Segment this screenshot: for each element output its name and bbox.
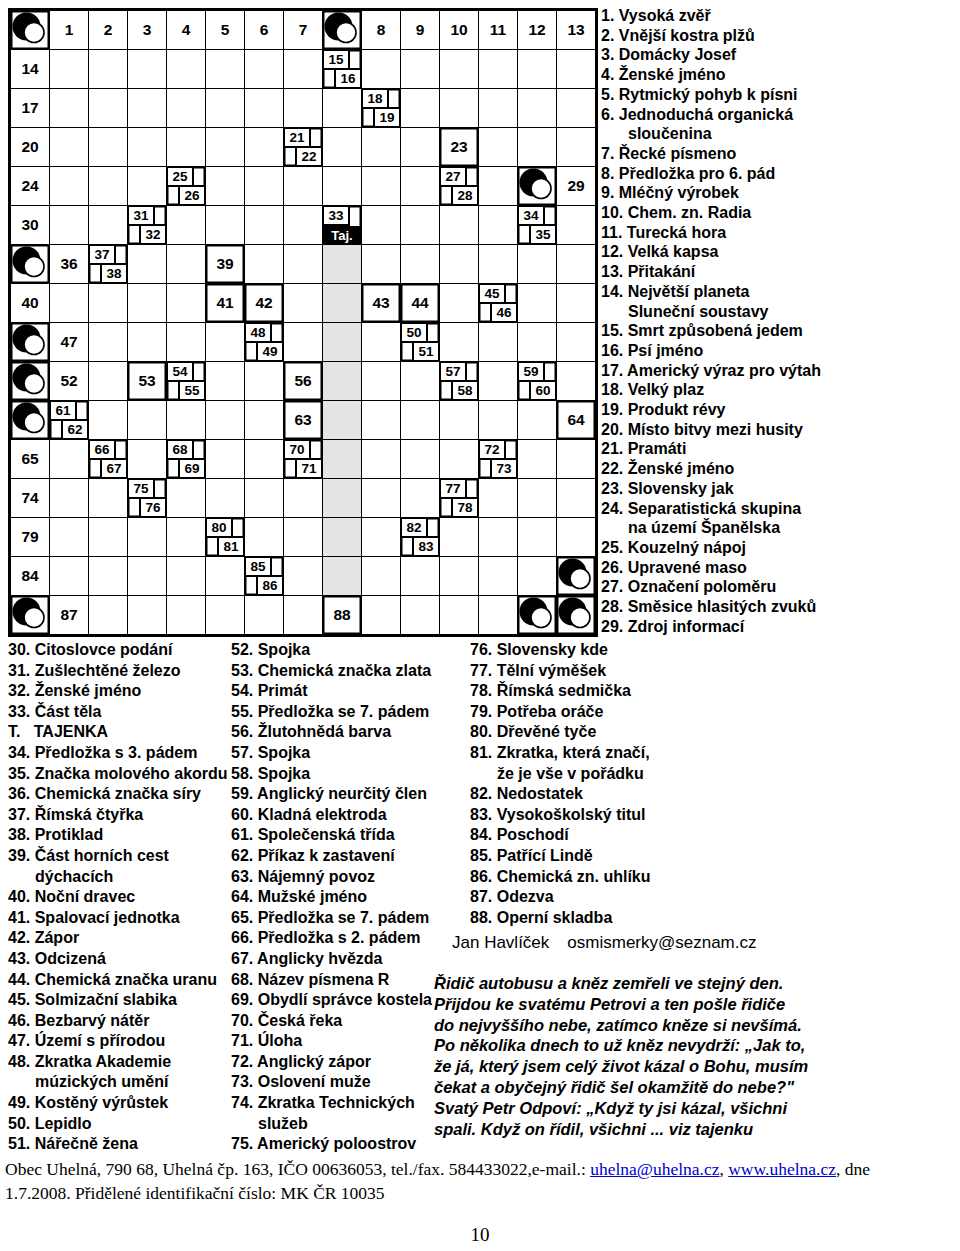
grid-cell-r4c12 xyxy=(479,167,517,205)
clue-item: 12. Velká kapsa xyxy=(601,242,957,262)
grid-cell-r3c0: 20 xyxy=(11,128,49,166)
grid-cell-r0c13: 12 xyxy=(518,11,556,49)
clue-item: 74. Zkratka Technických služeb xyxy=(231,1093,456,1134)
clue-item: 54. Primát xyxy=(231,681,456,702)
grid-cell-r4c13 xyxy=(518,167,556,205)
grid-cell-r4c1 xyxy=(50,167,88,205)
grid-cell-r3c1 xyxy=(50,128,88,166)
clue-item: 8. Předložka pro 6. pád xyxy=(601,164,957,184)
clue-item: 66. Předložka s 2. pádem xyxy=(231,928,456,949)
grid-cell-r14c10 xyxy=(401,557,439,595)
grid-cell-r1c5 xyxy=(206,50,244,88)
clue-item: 39. Část horních cest dýchacích xyxy=(8,846,230,887)
grid-cell-r6c0 xyxy=(11,245,49,283)
grid-cell-r4c11: 2728 xyxy=(440,167,478,205)
grid-cell-r10c10 xyxy=(401,401,439,439)
grid-cell-r9c8 xyxy=(323,362,361,400)
clue-item: T. TAJENKA xyxy=(8,722,230,743)
joke-text: Řidič autobusu a kněz zemřeli ve stejný … xyxy=(434,973,954,1139)
clue-number: 31 xyxy=(127,205,155,226)
clue-item: 55. Předložka se 7. pádem xyxy=(231,702,456,723)
clue-item: 4. Ženské jméno xyxy=(601,65,957,85)
grid-cell-r14c5 xyxy=(206,557,244,595)
grid-cell-r10c4 xyxy=(167,401,205,439)
clue-number: 28 xyxy=(451,185,479,206)
clue-number: 38 xyxy=(100,263,128,284)
clue-number: 21 xyxy=(283,127,311,148)
clue-item: 67. Anglicky hvězda xyxy=(231,949,456,970)
grid-cell-r2c14 xyxy=(557,89,595,127)
grid-cell-r8c7 xyxy=(284,323,322,361)
clue-number: 70 xyxy=(283,439,311,460)
grid-cell-r8c0 xyxy=(11,323,49,361)
grid-cell-r0c4: 4 xyxy=(167,11,205,49)
grid-cell-r13c7 xyxy=(284,518,322,556)
clue-number: 18 xyxy=(361,88,389,109)
grid-cell-r2c1 xyxy=(50,89,88,127)
grid-cell-r1c2 xyxy=(89,50,127,88)
grid-cell-r11c5 xyxy=(206,440,244,478)
grid-cell-r15c12 xyxy=(479,596,517,634)
footer-text-post: , dne xyxy=(836,1159,870,1179)
grid-cell-r1c0: 14 xyxy=(11,50,49,88)
clue-item: 21. Pramáti xyxy=(601,439,957,459)
grid-cell-r0c3: 3 xyxy=(128,11,166,49)
grid-cell-r13c9 xyxy=(362,518,400,556)
grid-cell-r14c1 xyxy=(50,557,88,595)
grid-cell-r1c10 xyxy=(401,50,439,88)
clue-item: 63. Nájemný povoz xyxy=(231,867,456,888)
grid-cell-r0c1: 1 xyxy=(50,11,88,49)
moon-icon xyxy=(557,596,592,635)
clue-item: 40. Noční dravec xyxy=(8,887,230,908)
grid-cell-r13c2 xyxy=(89,518,127,556)
clue-number: 50 xyxy=(400,322,428,343)
grid-cell-r7c7 xyxy=(284,284,322,322)
grid-cell-r14c8 xyxy=(323,557,361,595)
grid-cell-r1c8: 1516 xyxy=(323,50,361,88)
grid-cell-r14c3 xyxy=(128,557,166,595)
grid-cell-r13c13 xyxy=(518,518,556,556)
grid-cell-r14c0: 84 xyxy=(11,557,49,595)
clue-item: 71. Úloha xyxy=(231,1031,456,1052)
clue-number: 83 xyxy=(412,536,440,557)
clue-item: 22. Ženské jméno xyxy=(601,459,957,479)
grid-cell-r4c14: 29 xyxy=(557,167,595,205)
grid-cell-r2c6 xyxy=(245,89,283,127)
grid-cell-r7c4 xyxy=(167,284,205,322)
grid-cell-r5c1 xyxy=(50,206,88,244)
grid-cell-r6c12 xyxy=(479,245,517,283)
grid-cell-r9c7: 56 xyxy=(284,362,322,400)
crossword-page: 1234567891011121314151617181920212223242… xyxy=(0,0,960,1251)
grid-cell-r7c3 xyxy=(128,284,166,322)
grid-cell-r15c3 xyxy=(128,596,166,634)
clue-item: 61. Společenská třída xyxy=(231,825,456,846)
grid-cell-r1c4 xyxy=(167,50,205,88)
footer-line2: 1.7.2008. Přidělené identifikační číslo:… xyxy=(5,1181,957,1205)
grid-cell-r9c11: 5758 xyxy=(440,362,478,400)
grid-cell-r12c8 xyxy=(323,479,361,517)
grid-cell-r0c0 xyxy=(11,11,49,49)
grid-cell-r2c7 xyxy=(284,89,322,127)
grid-cell-r8c8 xyxy=(323,323,361,361)
grid-cell-r9c14 xyxy=(557,362,595,400)
author-email: osmismerky@seznam.cz xyxy=(567,933,756,953)
grid-cell-r1c14 xyxy=(557,50,595,88)
grid-cell-r11c8 xyxy=(323,440,361,478)
grid-cell-r15c1: 87 xyxy=(50,596,88,634)
grid-cell-r15c11 xyxy=(440,596,478,634)
grid-cell-r7c10: 44 xyxy=(401,284,439,322)
grid-cell-r2c4 xyxy=(167,89,205,127)
clue-item: 75. Americký poloostrov xyxy=(231,1134,456,1155)
grid-cell-r3c14 xyxy=(557,128,595,166)
grid-cell-r9c0 xyxy=(11,362,49,400)
grid-cell-r0c7: 7 xyxy=(284,11,322,49)
grid-cell-r1c13 xyxy=(518,50,556,88)
grid-cell-r0c9: 8 xyxy=(362,11,400,49)
clue-item: 79. Potřeba oráče xyxy=(470,702,685,723)
grid-cell-r12c1 xyxy=(50,479,88,517)
clues-bottom-left: 30. Citoslovce podání31. Zušlechtěné žel… xyxy=(8,640,230,1155)
grid-cell-r13c10: 8283 xyxy=(401,518,439,556)
grid-cell-r14c11 xyxy=(440,557,478,595)
grid-cell-r3c13 xyxy=(518,128,556,166)
clue-number: 67 xyxy=(100,458,128,479)
grid-cell-r6c3 xyxy=(128,245,166,283)
grid-cell-r7c9: 43 xyxy=(362,284,400,322)
clue-item: 13. Přitakání xyxy=(601,262,957,282)
grid-cell-r10c9 xyxy=(362,401,400,439)
clue-item: 32. Ženské jméno xyxy=(8,681,230,702)
grid-cell-r4c0: 24 xyxy=(11,167,49,205)
grid-cell-r4c2 xyxy=(89,167,127,205)
clue-item: 69. Obydlí správce kostela xyxy=(231,990,456,1011)
clue-item: 88. Operní skladba xyxy=(470,908,685,929)
clue-item: 3. Domácky Josef xyxy=(601,45,957,65)
grid-cell-r13c3 xyxy=(128,518,166,556)
grid-cell-r2c11 xyxy=(440,89,478,127)
clue-number: 34 xyxy=(517,205,545,226)
grid-cell-r10c6 xyxy=(245,401,283,439)
grid-cell-r3c12 xyxy=(479,128,517,166)
grid-cell-r5c0: 30 xyxy=(11,206,49,244)
grid-cell-r12c12 xyxy=(479,479,517,517)
grid-cell-r9c12 xyxy=(479,362,517,400)
grid-cell-r8c10: 5051 xyxy=(401,323,439,361)
clue-number: 32 xyxy=(139,224,167,245)
joke-line: Svatý Petr Odpoví: „Když ty jsi kázal, v… xyxy=(434,1098,954,1119)
clue-item: 59. Anglický neurčitý člen xyxy=(231,784,456,805)
grid-cell-r2c12 xyxy=(479,89,517,127)
grid-cell-r1c3 xyxy=(128,50,166,88)
grid-cell-r10c14: 64 xyxy=(557,401,595,439)
grid-cell-r0c6: 6 xyxy=(245,11,283,49)
footer-line1: Obec Uhelná, 790 68, Uhelná čp. 163, IČO… xyxy=(5,1157,957,1181)
grid-cell-r6c9 xyxy=(362,245,400,283)
grid-cell-r6c8 xyxy=(323,245,361,283)
grid-cell-r12c13 xyxy=(518,479,556,517)
clues-bottom-middle: 52. Spojka53. Chemická značka zlata54. P… xyxy=(231,640,456,1155)
clue-number: 15 xyxy=(322,49,350,70)
grid-cell-r9c13: 5960 xyxy=(518,362,556,400)
joke-line: Přijdou ke svatému Petrovi a ten pošle ř… xyxy=(434,994,954,1015)
grid-cell-r10c1: 6162 xyxy=(50,401,88,439)
clue-number: 54 xyxy=(166,361,194,382)
grid-cell-r0c12: 11 xyxy=(479,11,517,49)
footer-web-link[interactable]: www.uhelna.cz xyxy=(728,1159,836,1179)
clue-item: 85. Patřící Lindě xyxy=(470,846,685,867)
grid-cell-r11c13 xyxy=(518,440,556,478)
grid-cell-r10c12 xyxy=(479,401,517,439)
clue-item: 70. Česká řeka xyxy=(231,1011,456,1032)
grid-cell-r3c3 xyxy=(128,128,166,166)
grid-cell-r7c2 xyxy=(89,284,127,322)
grid-cell-r0c14: 13 xyxy=(557,11,595,49)
grid-cell-r12c3: 7576 xyxy=(128,479,166,517)
clue-item: 76. Slovensky kde xyxy=(470,640,685,661)
clue-number: 25 xyxy=(166,166,194,187)
clue-number: 73 xyxy=(490,458,518,479)
grid-cell-r2c13 xyxy=(518,89,556,127)
clue-item: 77. Tělní výměšek xyxy=(470,661,685,682)
grid-cell-r3c4 xyxy=(167,128,205,166)
grid-cell-r15c7 xyxy=(284,596,322,634)
grid-cell-r6c6 xyxy=(245,245,283,283)
grid-cell-r3c11: 23 xyxy=(440,128,478,166)
grid-cell-r1c9 xyxy=(362,50,400,88)
joke-line: Po několika dnech to už kněz nevydrží: „… xyxy=(434,1035,954,1056)
grid-cell-r6c7 xyxy=(284,245,322,283)
grid-cell-r1c7 xyxy=(284,50,322,88)
clue-item: 60. Kladná elektroda xyxy=(231,805,456,826)
grid-cell-r14c9 xyxy=(362,557,400,595)
grid-cell-r6c13 xyxy=(518,245,556,283)
grid-cell-r2c8 xyxy=(323,89,361,127)
grid-cell-r14c4 xyxy=(167,557,205,595)
grid-cell-r5c12 xyxy=(479,206,517,244)
grid-cell-r1c11 xyxy=(440,50,478,88)
clue-item: 29. Zdroj informací xyxy=(601,617,957,637)
clue-number: 35 xyxy=(529,224,557,245)
grid-cell-r14c7 xyxy=(284,557,322,595)
clue-number: 85 xyxy=(244,556,272,577)
clue-item: 37. Římská čtyřka xyxy=(8,805,230,826)
clue-number: 22 xyxy=(295,146,323,167)
grid-cell-r7c1 xyxy=(50,284,88,322)
moon-icon xyxy=(11,362,46,401)
clue-item: 6. Jednoduchá organická sloučenina xyxy=(601,105,957,144)
clue-item: 53. Chemická značka zlata xyxy=(231,661,456,682)
clue-item: 72. Anglický zápor xyxy=(231,1052,456,1073)
clue-item: 30. Citoslovce podání xyxy=(8,640,230,661)
grid-cell-r8c12 xyxy=(479,323,517,361)
clue-item: 43. Odcizená xyxy=(8,949,230,970)
moon-icon xyxy=(11,245,46,284)
clue-item: 57. Spojka xyxy=(231,743,456,764)
grid-cell-r12c14 xyxy=(557,479,595,517)
grid-cell-r14c14 xyxy=(557,557,595,595)
clue-number: 26 xyxy=(178,185,206,206)
grid-cell-r14c2 xyxy=(89,557,127,595)
clue-item: 51. Nářečně žena xyxy=(8,1134,230,1155)
moon-icon xyxy=(518,596,553,635)
grid-cell-r13c12 xyxy=(479,518,517,556)
moon-icon xyxy=(11,401,46,440)
clue-item: 15. Smrt způsobená jedem xyxy=(601,321,957,341)
clue-number: 72 xyxy=(478,439,506,460)
grid-cell-r5c14 xyxy=(557,206,595,244)
clue-item: 27. Označení poloměru xyxy=(601,577,957,597)
clue-number: 46 xyxy=(490,302,518,323)
grid-cell-r12c11: 7778 xyxy=(440,479,478,517)
clue-item: 82. Nedostatek xyxy=(470,784,685,805)
clue-number: 27 xyxy=(439,166,467,187)
grid-cell-r1c1 xyxy=(50,50,88,88)
clue-number: 33 xyxy=(322,205,350,226)
grid-cell-r8c14 xyxy=(557,323,595,361)
clue-item: 50. Lepidlo xyxy=(8,1114,230,1135)
crossword-grid: 1234567891011121314151617181920212223242… xyxy=(8,8,598,637)
grid-cell-r3c8 xyxy=(323,128,361,166)
clues-bottom-right: 76. Slovensky kde77. Tělní výměšek78. Ří… xyxy=(470,640,685,928)
grid-cell-r12c5 xyxy=(206,479,244,517)
clue-item: 17. Americký výraz pro výtah xyxy=(601,361,957,381)
clue-item: 49. Kostěný výrůstek xyxy=(8,1093,230,1114)
clue-item: 20. Místo bitvy mezi husity xyxy=(601,420,957,440)
grid-cell-r2c3 xyxy=(128,89,166,127)
footer-text-pre: Obec Uhelná, 790 68, Uhelná čp. 163, IČO… xyxy=(5,1159,590,1179)
grid-cell-r15c5 xyxy=(206,596,244,634)
grid-cell-r15c8: 88 xyxy=(323,596,361,634)
grid-cell-r8c3 xyxy=(128,323,166,361)
moon-icon xyxy=(11,596,46,635)
clues-right: 1. Vysoká zvěř2. Vnější kostra plžů3. Do… xyxy=(601,6,957,637)
clue-item: 31. Zušlechtěné železo xyxy=(8,661,230,682)
clue-number: 80 xyxy=(205,517,233,538)
grid-cell-r0c8 xyxy=(323,11,361,49)
grid-cell-r10c8 xyxy=(323,401,361,439)
grid-cell-r9c3: 53 xyxy=(128,362,166,400)
grid-cell-r0c5: 5 xyxy=(206,11,244,49)
clue-item: 65. Předložka se 7. pádem xyxy=(231,908,456,929)
clue-item: 58. Spojka xyxy=(231,764,456,785)
clue-number: 81 xyxy=(217,536,245,557)
grid-cell-r13c6 xyxy=(245,518,283,556)
grid-cell-r2c2 xyxy=(89,89,127,127)
grid-cell-r7c12: 4546 xyxy=(479,284,517,322)
grid-cell-r11c4: 6869 xyxy=(167,440,205,478)
footer-text-sep: , xyxy=(719,1159,728,1179)
grid-cell-r15c13 xyxy=(518,596,556,634)
clue-number: 49 xyxy=(256,341,284,362)
grid-cell-r8c6: 4849 xyxy=(245,323,283,361)
grid-cell-r15c10 xyxy=(401,596,439,634)
grid-cell-r11c14 xyxy=(557,440,595,478)
clue-item: 41. Spalovací jednotka xyxy=(8,908,230,929)
grid-cell-r7c6: 42 xyxy=(245,284,283,322)
clue-item: 23. Slovensky jak xyxy=(601,479,957,499)
footer-email-link[interactable]: uhelna@uhelna.cz xyxy=(590,1159,719,1179)
grid-cell-r15c2 xyxy=(89,596,127,634)
author-name: Jan Havlíček xyxy=(452,933,549,953)
clue-item: 36. Chemická značka síry xyxy=(8,784,230,805)
grid-cell-r7c13 xyxy=(518,284,556,322)
grid-cell-r6c1: 36 xyxy=(50,245,88,283)
clue-item: 24. Separatistická skupina na území Špan… xyxy=(601,499,957,538)
grid-cell-r5c5 xyxy=(206,206,244,244)
grid-cell-r5c7 xyxy=(284,206,322,244)
grid-cell-r12c4 xyxy=(167,479,205,517)
moon-icon xyxy=(11,11,46,50)
grid-cell-r14c6: 8586 xyxy=(245,557,283,595)
joke-line: spali. Když on řídil, všichni ... viz ta… xyxy=(434,1119,954,1140)
moon-icon xyxy=(323,11,358,50)
grid-cell-r13c4 xyxy=(167,518,205,556)
clue-item: 34. Předložka s 3. pádem xyxy=(8,743,230,764)
clue-number: 78 xyxy=(451,497,479,518)
clue-number: 68 xyxy=(166,439,194,460)
grid-cell-r0c10: 9 xyxy=(401,11,439,49)
grid-cell-r5c10 xyxy=(401,206,439,244)
grid-cell-r2c5 xyxy=(206,89,244,127)
grid-cell-r12c9 xyxy=(362,479,400,517)
grid-cell-r13c14 xyxy=(557,518,595,556)
grid-cell-r4c9 xyxy=(362,167,400,205)
grid-cell-r4c5 xyxy=(206,167,244,205)
clue-item: 7. Řecké písmeno xyxy=(601,144,957,164)
grid-cell-r4c8 xyxy=(323,167,361,205)
clue-item: 14. Největší planeta Sluneční soustavy xyxy=(601,282,957,321)
grid-cell-r1c6 xyxy=(245,50,283,88)
grid-cell-r7c14 xyxy=(557,284,595,322)
grid-cell-r5c3: 3132 xyxy=(128,206,166,244)
clue-item: 45. Solmizační slabika xyxy=(8,990,230,1011)
grid-cell-r13c0: 79 xyxy=(11,518,49,556)
grid-cell-r3c10 xyxy=(401,128,439,166)
clue-number: 57 xyxy=(439,361,467,382)
grid-cell-r9c10 xyxy=(401,362,439,400)
clue-number: 48 xyxy=(244,322,272,343)
grid-cell-r12c2 xyxy=(89,479,127,517)
grid-cell-r11c10 xyxy=(401,440,439,478)
grid-cell-r2c9: 1819 xyxy=(362,89,400,127)
clue-item: 38. Protiklad xyxy=(8,825,230,846)
grid-cell-r6c2: 3738 xyxy=(89,245,127,283)
grid-cell-r10c0 xyxy=(11,401,49,439)
grid-cell-r13c8 xyxy=(323,518,361,556)
grid-cell-r7c8 xyxy=(323,284,361,322)
grid-cell-r8c11 xyxy=(440,323,478,361)
grid-cell-r5c6 xyxy=(245,206,283,244)
clue-number: 51 xyxy=(412,341,440,362)
grid-cell-r13c11 xyxy=(440,518,478,556)
joke-line: čekat a obyčejný řidič šel okamžitě do n… xyxy=(434,1077,954,1098)
grid-cell-r9c6 xyxy=(245,362,283,400)
grid-cell-r8c4 xyxy=(167,323,205,361)
grid-cell-r6c4 xyxy=(167,245,205,283)
grid-cell-r13c1 xyxy=(50,518,88,556)
grid-cell-r8c9 xyxy=(362,323,400,361)
clue-item: 26. Upravené maso xyxy=(601,558,957,578)
grid-cell-r5c4 xyxy=(167,206,205,244)
grid-cell-r15c4 xyxy=(167,596,205,634)
clue-item: 80. Dřevěné tyče xyxy=(470,722,685,743)
grid-cell-r9c2 xyxy=(89,362,127,400)
joke-line: do nejvyššího nebe, zatímco kněze si nev… xyxy=(434,1015,954,1036)
grid-cell-r11c12: 7273 xyxy=(479,440,517,478)
